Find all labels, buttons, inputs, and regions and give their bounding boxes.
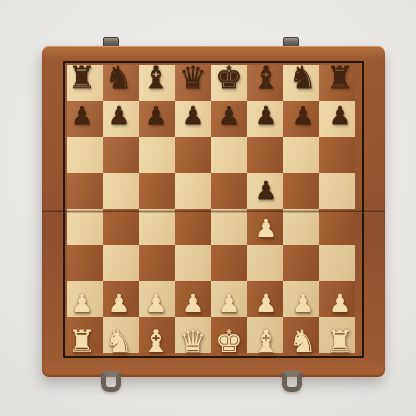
- piece-dark-bishop-f8[interactable]: ♝: [248, 59, 284, 95]
- empty-c3: [139, 245, 175, 281]
- empty-g6: [283, 137, 319, 173]
- piece-dark-knight-g8[interactable]: ♞: [285, 59, 321, 95]
- piece-dark-pawn-e7[interactable]: ♟: [211, 97, 247, 133]
- empty-a6: [67, 137, 103, 173]
- empty-d4: [175, 209, 211, 245]
- board-frame: ♜♞♝♛♚♝♞♜♟♟♟♟♟♟♟♟♟♟♟♟♟♟♟♟♟♟♜♞♝♛♚♝♞♜: [42, 46, 385, 377]
- piece-dark-pawn-d7[interactable]: ♟: [175, 97, 211, 133]
- empty-h6: [319, 137, 355, 173]
- photo-scene: ♜♞♝♛♚♝♞♜♟♟♟♟♟♟♟♟♟♟♟♟♟♟♟♟♟♟♜♞♝♛♚♝♞♜: [0, 0, 416, 416]
- empty-g4: [283, 209, 319, 245]
- empty-h5: [319, 173, 355, 209]
- fold-seam: [42, 210, 385, 213]
- empty-d3: [175, 245, 211, 281]
- piece-light-pawn-h2[interactable]: ♟: [322, 285, 358, 321]
- piece-dark-queen-d8[interactable]: ♛: [175, 59, 211, 95]
- empty-b6: [103, 137, 139, 173]
- empty-g5: [283, 173, 319, 209]
- empty-e3: [211, 245, 247, 281]
- piece-light-pawn-e2[interactable]: ♟: [211, 285, 247, 321]
- piece-dark-rook-a8[interactable]: ♜: [64, 59, 100, 95]
- piece-dark-knight-b8[interactable]: ♞: [101, 59, 137, 95]
- piece-dark-pawn-f7[interactable]: ♟: [248, 97, 284, 133]
- piece-light-bishop-c1[interactable]: ♝: [138, 323, 174, 359]
- empty-f3: [247, 245, 283, 281]
- piece-light-pawn-f4[interactable]: ♟: [248, 210, 284, 246]
- piece-dark-rook-h8[interactable]: ♜: [322, 59, 358, 95]
- empty-e6: [211, 137, 247, 173]
- clasp-right-icon: [282, 371, 302, 392]
- empty-e5: [211, 173, 247, 209]
- piece-light-bishop-f1[interactable]: ♝: [248, 323, 284, 359]
- empty-a3: [67, 245, 103, 281]
- piece-light-king-e1[interactable]: ♚: [211, 323, 247, 359]
- piece-dark-pawn-h7[interactable]: ♟: [322, 97, 358, 133]
- piece-light-pawn-f2[interactable]: ♟: [248, 285, 284, 321]
- empty-b3: [103, 245, 139, 281]
- empty-d6: [175, 137, 211, 173]
- empty-h4: [319, 209, 355, 245]
- piece-dark-pawn-f5[interactable]: ♟: [248, 172, 284, 208]
- piece-dark-pawn-b7[interactable]: ♟: [101, 97, 137, 133]
- piece-light-pawn-b2[interactable]: ♟: [101, 285, 137, 321]
- empty-b4: [103, 209, 139, 245]
- empty-g3: [283, 245, 319, 281]
- piece-light-pawn-c2[interactable]: ♟: [138, 285, 174, 321]
- piece-light-pawn-g2[interactable]: ♟: [285, 285, 321, 321]
- empty-e4: [211, 209, 247, 245]
- empty-f6: [247, 137, 283, 173]
- piece-dark-bishop-c8[interactable]: ♝: [138, 59, 174, 95]
- clasp-left-icon: [101, 371, 121, 392]
- piece-dark-pawn-g7[interactable]: ♟: [285, 97, 321, 133]
- empty-c5: [139, 173, 175, 209]
- empty-h3: [319, 245, 355, 281]
- piece-dark-pawn-a7[interactable]: ♟: [64, 97, 100, 133]
- piece-light-rook-h1[interactable]: ♜: [322, 323, 358, 359]
- piece-light-queen-d1[interactable]: ♛: [175, 323, 211, 359]
- piece-light-rook-a1[interactable]: ♜: [64, 323, 100, 359]
- piece-light-knight-b1[interactable]: ♞: [101, 323, 137, 359]
- empty-b5: [103, 173, 139, 209]
- empty-c6: [139, 137, 175, 173]
- empty-a5: [67, 173, 103, 209]
- piece-dark-king-e8[interactable]: ♚: [211, 59, 247, 95]
- empty-d5: [175, 173, 211, 209]
- empty-a4: [67, 209, 103, 245]
- empty-c4: [139, 209, 175, 245]
- piece-layer: ♜♞♝♛♚♝♞♜♟♟♟♟♟♟♟♟♟♟♟♟♟♟♟♟♟♟♜♞♝♛♚♝♞♜: [67, 65, 355, 353]
- piece-light-pawn-d2[interactable]: ♟: [175, 285, 211, 321]
- piece-dark-pawn-c7[interactable]: ♟: [138, 97, 174, 133]
- piece-light-knight-g1[interactable]: ♞: [285, 323, 321, 359]
- piece-light-pawn-a2[interactable]: ♟: [64, 285, 100, 321]
